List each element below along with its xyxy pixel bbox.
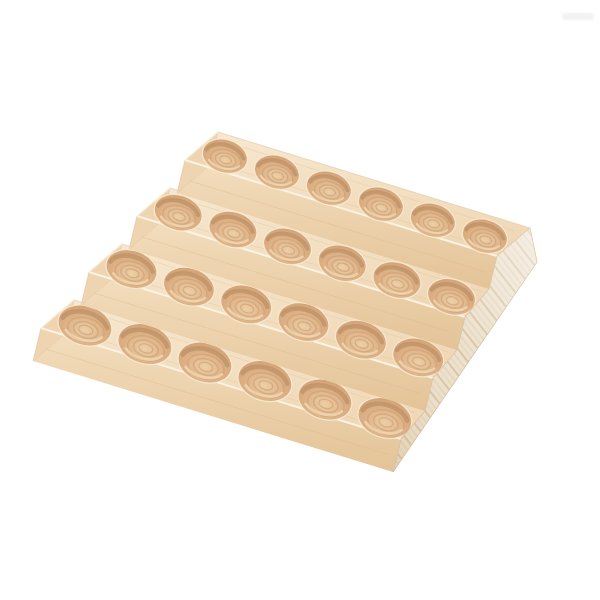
rack-illustration	[0, 0, 600, 600]
product-photo: Product photo: unfinished natural pine w…	[0, 0, 600, 600]
faint-watermark	[562, 13, 594, 20]
background: Product photo: unfinished natural pine w…	[0, 0, 600, 600]
